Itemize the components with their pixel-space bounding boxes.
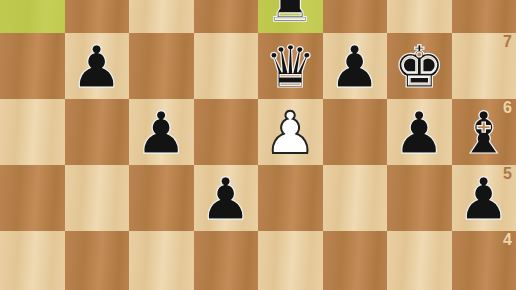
- square-e6[interactable]: ♟: [258, 99, 323, 165]
- square-c8[interactable]: [129, 0, 194, 33]
- square-b6[interactable]: [65, 99, 130, 165]
- square-f6[interactable]: [323, 99, 388, 165]
- black-pawn[interactable]: ♟: [393, 104, 445, 162]
- square-d4[interactable]: [194, 231, 259, 290]
- square-e4[interactable]: [258, 231, 323, 290]
- black-pawn[interactable]: ♟: [71, 38, 123, 96]
- black-pawn[interactable]: ♟: [135, 104, 187, 162]
- black-bishop[interactable]: ♝: [458, 104, 510, 162]
- black-pawn[interactable]: ♟: [329, 38, 381, 96]
- white-pawn[interactable]: ♟: [264, 104, 316, 162]
- square-f5[interactable]: [323, 165, 388, 231]
- black-king[interactable]: ♚: [393, 38, 445, 96]
- square-c6[interactable]: ♟: [129, 99, 194, 165]
- square-a8[interactable]: [0, 0, 65, 33]
- square-d5[interactable]: ♟: [194, 165, 259, 231]
- rank-label-4: 4: [503, 232, 512, 248]
- square-g4[interactable]: [387, 231, 452, 290]
- square-b4[interactable]: [65, 231, 130, 290]
- square-d7[interactable]: [194, 33, 259, 99]
- square-d6[interactable]: [194, 99, 259, 165]
- rank-label-6: 6: [503, 100, 512, 116]
- square-c7[interactable]: [129, 33, 194, 99]
- square-e5[interactable]: [258, 165, 323, 231]
- square-f4[interactable]: [323, 231, 388, 290]
- black-queen[interactable]: ♛: [264, 38, 316, 96]
- square-b7[interactable]: ♟: [65, 33, 130, 99]
- square-f7[interactable]: ♟: [323, 33, 388, 99]
- square-h7[interactable]: 7: [452, 33, 516, 99]
- square-e7[interactable]: ♛: [258, 33, 323, 99]
- square-h4[interactable]: 4: [452, 231, 516, 290]
- square-h5[interactable]: ♟5: [452, 165, 516, 231]
- square-f8[interactable]: [323, 0, 388, 33]
- square-h6[interactable]: ♝6: [452, 99, 516, 165]
- rank-label-7: 7: [503, 34, 512, 50]
- square-h8[interactable]: [452, 0, 516, 33]
- square-g6[interactable]: ♟: [387, 99, 452, 165]
- square-g8[interactable]: [387, 0, 452, 33]
- square-b8[interactable]: [65, 0, 130, 33]
- square-c4[interactable]: [129, 231, 194, 290]
- square-g5[interactable]: [387, 165, 452, 231]
- square-c5[interactable]: [129, 165, 194, 231]
- square-a5[interactable]: [0, 165, 65, 231]
- square-e8[interactable]: ♜: [258, 0, 323, 33]
- square-a6[interactable]: [0, 99, 65, 165]
- black-rook[interactable]: ♜: [264, 0, 316, 30]
- square-g7[interactable]: ♚: [387, 33, 452, 99]
- square-d8[interactable]: [194, 0, 259, 33]
- square-a4[interactable]: [0, 231, 65, 290]
- black-pawn[interactable]: ♟: [200, 170, 252, 228]
- square-b5[interactable]: [65, 165, 130, 231]
- black-pawn[interactable]: ♟: [458, 170, 510, 228]
- board-viewport: ♜♟♛♟♚7♟♟♟♝6♟♟54: [0, 0, 516, 290]
- rank-label-5: 5: [503, 166, 512, 182]
- chess-board[interactable]: ♜♟♛♟♚7♟♟♟♝6♟♟54: [0, 0, 516, 290]
- square-a7[interactable]: [0, 33, 65, 99]
